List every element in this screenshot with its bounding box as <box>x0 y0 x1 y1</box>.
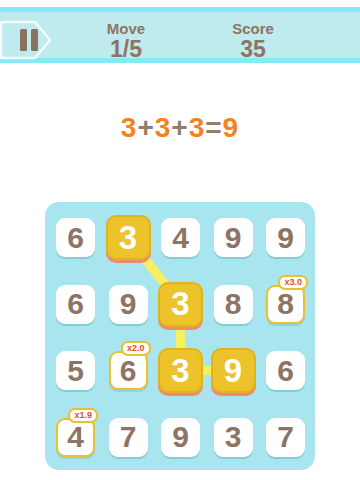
board-cell: 5 <box>56 351 95 390</box>
board-cell: 6 <box>56 285 95 324</box>
move-label: Move <box>107 21 145 37</box>
tile[interactable]: 6 <box>56 285 95 324</box>
tile-selected[interactable]: 9 <box>211 348 256 393</box>
board-cell: 6x2.0 <box>109 351 148 390</box>
board-cell: 9 <box>161 418 200 457</box>
multiplier-badge: x2.0 <box>121 341 151 356</box>
equation-number: 3 <box>189 112 206 143</box>
board-cell: 6 <box>56 218 95 257</box>
board-cell: 9 <box>214 351 253 390</box>
board-cell: 8x3.0 <box>266 285 305 324</box>
move-counter: Move 1/5 <box>107 21 145 61</box>
game-screen: Move 1/5 Score 35 3+3+3=9 6349969388x3.0… <box>0 0 360 480</box>
tile[interactable]: 6 <box>109 351 148 390</box>
equation-number: 3 <box>155 112 172 143</box>
board-cell: 9 <box>214 218 253 257</box>
tile[interactable]: 4 <box>161 218 200 257</box>
board-cell: 9 <box>109 285 148 324</box>
equation-operator: = <box>205 112 222 143</box>
score-value: 35 <box>232 37 274 61</box>
equation-number: 3 <box>121 112 138 143</box>
tile[interactable]: 9 <box>214 218 253 257</box>
top-bar: Move 1/5 Score 35 <box>0 7 360 63</box>
board-cell: 4x1.9 <box>56 418 95 457</box>
board-cell: 3 <box>214 418 253 457</box>
tile[interactable]: 6 <box>56 218 95 257</box>
tile[interactable]: 8 <box>266 285 305 324</box>
tile[interactable]: 8 <box>214 285 253 324</box>
tile-selected[interactable]: 3 <box>106 215 151 260</box>
board-cell: 7 <box>109 418 148 457</box>
tile[interactable]: 9 <box>161 418 200 457</box>
tile[interactable]: 5 <box>56 351 95 390</box>
equation-operator: + <box>137 112 154 143</box>
chain-equation: 3+3+3=9 <box>0 112 360 144</box>
board-cell: 7 <box>266 418 305 457</box>
board-cell: 3 <box>109 218 148 257</box>
game-board: 6349969388x3.056x2.03964x1.97937 <box>45 202 315 470</box>
tile[interactable]: 7 <box>266 418 305 457</box>
tile[interactable]: 7 <box>109 418 148 457</box>
board-cell: 8 <box>214 285 253 324</box>
board-cell: 3 <box>161 285 200 324</box>
move-value: 1/5 <box>107 37 145 61</box>
tile[interactable]: 9 <box>266 218 305 257</box>
equation-operator: + <box>171 112 188 143</box>
tile-selected[interactable]: 3 <box>158 348 203 393</box>
tile-selected[interactable]: 3 <box>158 282 203 327</box>
multiplier-badge: x1.9 <box>68 408 98 423</box>
equation-number: 9 <box>223 112 240 143</box>
board-cell: 4 <box>161 218 200 257</box>
tile[interactable]: 6 <box>266 351 305 390</box>
multiplier-badge: x3.0 <box>278 275 308 290</box>
tile[interactable]: 4 <box>56 418 95 457</box>
tile-grid: 6349969388x3.056x2.03964x1.97937 <box>45 202 315 470</box>
score-label: Score <box>232 21 274 37</box>
board-cell: 9 <box>266 218 305 257</box>
pause-icon <box>20 29 38 51</box>
board-cell: 6 <box>266 351 305 390</box>
tile[interactable]: 9 <box>109 285 148 324</box>
score-counter: Score 35 <box>232 21 274 61</box>
pause-button[interactable] <box>0 20 54 60</box>
board-cell: 3 <box>161 351 200 390</box>
tile[interactable]: 3 <box>214 418 253 457</box>
